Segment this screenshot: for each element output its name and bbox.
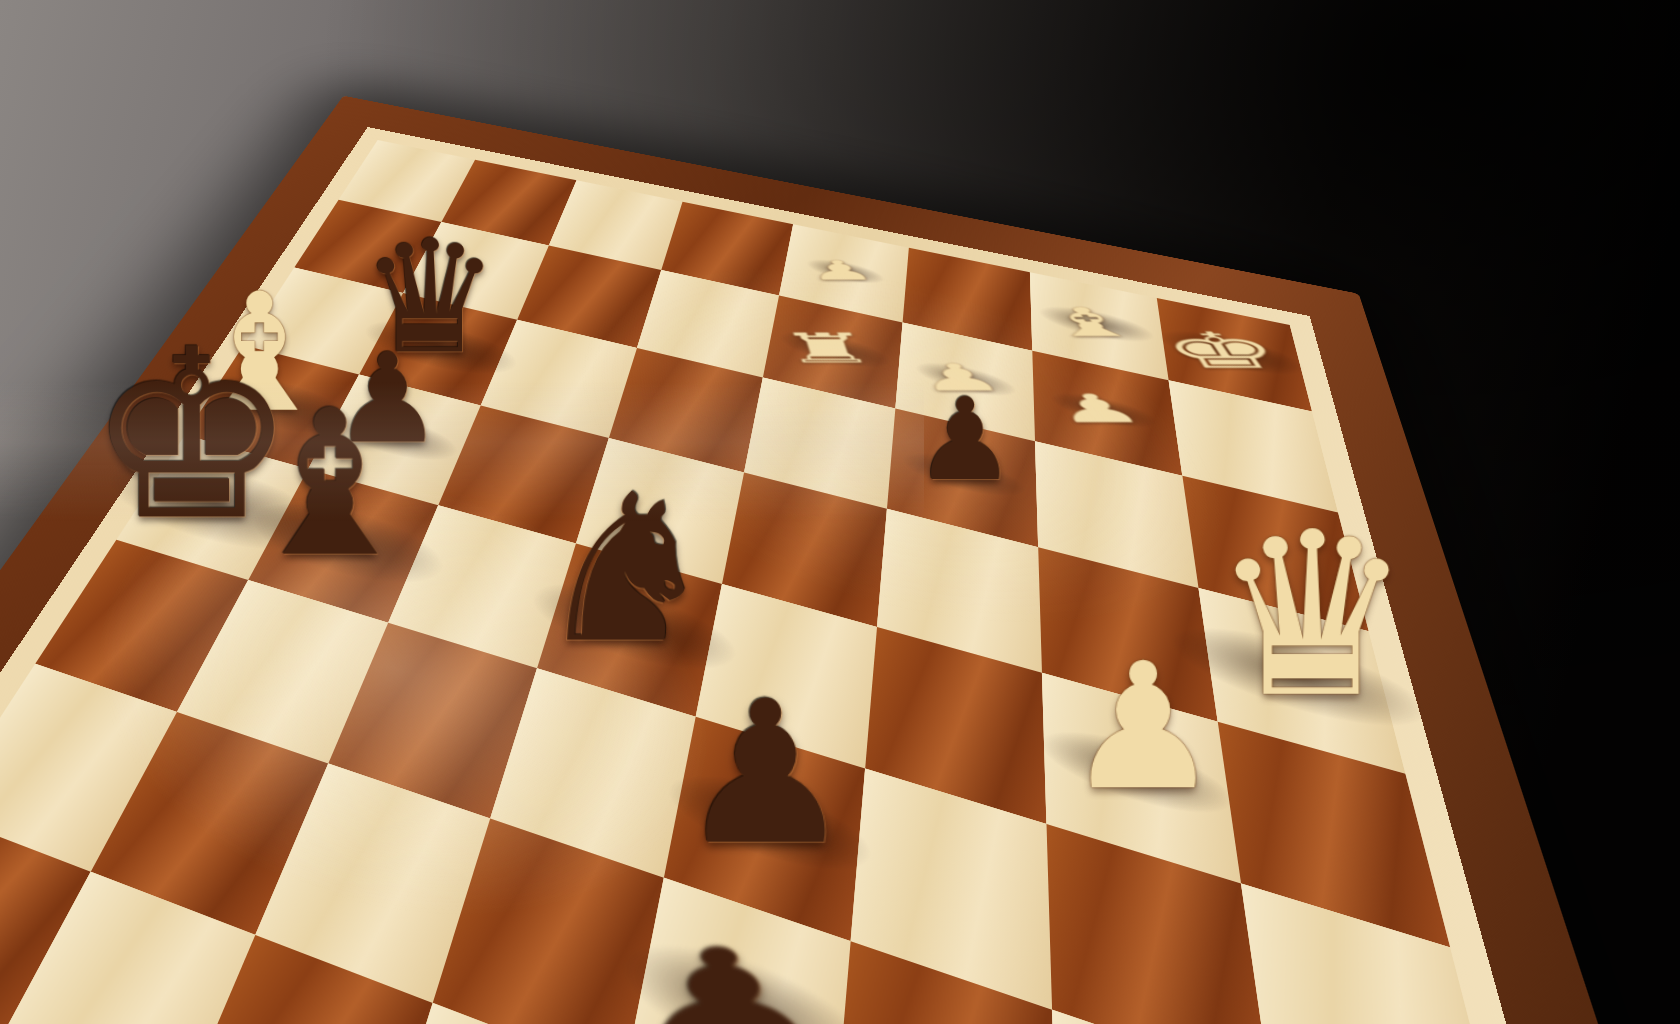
chess-board: ♝♚♛♟♝♞♜♟♜♟♟♟♟♝♟♟♟♚♛ [0, 96, 1680, 1024]
board-squares: ♝♚♛♟♝♞♜♟♜♟♟♟♟♝♟♟♟♚♛ [0, 140, 1674, 1024]
white-pawn-icon: ♟ [1065, 640, 1222, 815]
photo-scene: ♝♚♛♟♝♞♜♟♜♟♟♟♟♝♟♟♟♚♛ [0, 0, 1680, 1024]
board-maple-border: ♝♚♛♟♝♞♜♟♜♟♟♟♟♝♟♟♟♚♛ [0, 127, 1680, 1024]
black-pawn-icon: ♟ [914, 383, 1016, 497]
black-bishop-icon: ♝ [240, 383, 421, 585]
black-pawn-icon: ♟ [678, 674, 855, 872]
black-knight-icon: ♞ [535, 467, 718, 671]
white-pawn-icon: ♟ [804, 257, 879, 284]
board-frame: ♝♚♛♟♝♞♜♟♜♟♟♟♟♝♟♟♟♚♛ [0, 96, 1680, 1024]
white-queen-icon: ♛ [1211, 502, 1414, 729]
